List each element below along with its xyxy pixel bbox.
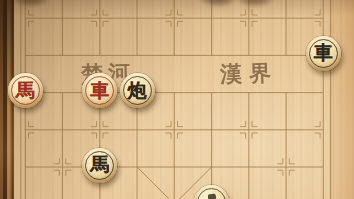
piece-black-cannon[interactable]: 炮 — [120, 73, 155, 108]
xiangqi-board[interactable]: 楚河 漢界 馬車炮車馬 — [0, 0, 354, 199]
piece-glyph: 車 — [306, 36, 341, 71]
piece-glyph: 炮 — [120, 73, 155, 108]
piece-black-horse[interactable]: 馬 — [82, 148, 117, 183]
piece-glyph: 馬 — [82, 148, 117, 183]
river-label-han: 漢界 — [220, 58, 279, 90]
piece-glyph: 馬 — [8, 73, 43, 108]
piece-red-chariot[interactable]: 車 — [82, 73, 117, 108]
piece-glyph-fragment — [208, 193, 217, 199]
piece-red-horse[interactable]: 馬 — [8, 73, 43, 108]
piece-glyph: 車 — [82, 73, 117, 108]
piece-black-chariot[interactable]: 車 — [306, 36, 341, 71]
board-grid — [0, 0, 354, 199]
piece-unidentified-piece[interactable] — [194, 185, 229, 199]
